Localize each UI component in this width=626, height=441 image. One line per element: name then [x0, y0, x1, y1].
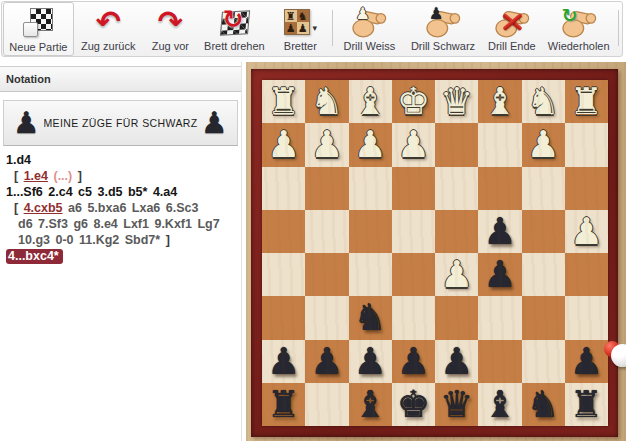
piece-white-pawn-b2[interactable]: ♟	[522, 123, 565, 166]
square-f3[interactable]	[349, 167, 392, 210]
square-e3[interactable]	[392, 167, 435, 210]
mini-pawn-glyph: ♟	[285, 22, 297, 34]
square-c3[interactable]	[478, 167, 521, 210]
square-g7[interactable]: ♟	[305, 340, 348, 383]
square-a1[interactable]: ♜	[565, 80, 608, 123]
move-back-label: Zug zurück	[81, 40, 135, 52]
square-a4[interactable]: ♟	[565, 210, 608, 253]
piece-black-pawn-h7[interactable]: ♟	[262, 340, 305, 383]
square-d5[interactable]: ♟	[435, 253, 478, 296]
square-h2[interactable]: ♟	[262, 123, 305, 166]
new-game-label: Neue Partie	[9, 41, 67, 53]
square-f6[interactable]: ♞	[349, 296, 392, 339]
square-c2[interactable]	[478, 123, 521, 166]
square-a8[interactable]: ♜	[565, 383, 608, 426]
move-text: ]	[160, 233, 170, 247]
piece-white-rook-h1[interactable]: ♜	[262, 80, 305, 123]
move-text: [	[14, 169, 24, 183]
square-g5[interactable]	[305, 253, 348, 296]
notation-line: 4...bxc4*	[4, 248, 239, 264]
chevron-down-icon: ▾	[313, 23, 318, 33]
square-d2[interactable]	[435, 123, 478, 166]
boards-label: Bretter	[284, 40, 317, 52]
piece-white-bishop-f1[interactable]: ♝	[349, 80, 392, 123]
piece-white-pawn-a4[interactable]: ♟	[565, 210, 608, 253]
new-game-button[interactable]: Neue Partie	[3, 2, 74, 56]
move-forward-label: Zug vor	[152, 40, 189, 52]
square-d4[interactable]	[435, 210, 478, 253]
notation-line: [ 1.e4 (...) ]	[4, 168, 239, 184]
drill-white-button[interactable]: ♟ Drill Weiss	[335, 2, 404, 56]
square-a3[interactable]	[565, 167, 608, 210]
square-f1[interactable]: ♝	[349, 80, 392, 123]
piece-black-pawn-e7[interactable]: ♟	[392, 340, 435, 383]
drill-black-label: Drill Schwarz	[411, 40, 475, 52]
repeat-button[interactable]: ↻ Wiederholen	[541, 2, 616, 56]
square-e2[interactable]: ♟	[392, 123, 435, 166]
piece-black-pawn-a7[interactable]: ♟	[565, 340, 608, 383]
square-c5[interactable]: ♟	[478, 253, 521, 296]
white-pawn-icon: ♟	[355, 6, 369, 22]
square-f2[interactable]: ♟	[349, 123, 392, 166]
piece-black-pawn-d7[interactable]: ♟	[435, 340, 478, 383]
piece-black-king-e8[interactable]: ♚	[392, 383, 435, 426]
square-d7[interactable]: ♟	[435, 340, 478, 383]
notation-panel-title: Notation	[0, 66, 241, 92]
square-c1[interactable]: ♝	[478, 80, 521, 123]
move-text[interactable]: 1.d4	[6, 153, 31, 167]
square-c6[interactable]	[478, 296, 521, 339]
move-text[interactable]: a6 5.bxa6 Lxa6 6.Sc3	[63, 201, 199, 215]
square-a5[interactable]	[565, 253, 608, 296]
red-x-icon	[502, 11, 523, 32]
square-c7[interactable]	[478, 340, 521, 383]
square-f5[interactable]	[349, 253, 392, 296]
square-h7[interactable]: ♟	[262, 340, 305, 383]
square-b7[interactable]	[522, 340, 565, 383]
drill-target-move[interactable]: 1.e4	[24, 169, 48, 183]
repeat-label: Wiederholen	[548, 40, 610, 52]
square-h5[interactable]	[262, 253, 305, 296]
square-g8[interactable]	[305, 383, 348, 426]
new-game-board-icon	[22, 7, 54, 39]
piece-white-pawn-f2[interactable]: ♟	[349, 123, 392, 166]
move-text: (...)	[53, 169, 72, 183]
mini-knight-glyph: ♞	[297, 10, 309, 22]
notation-line: d6 7.Sf3 g6 8.e4 Lxf1 9.Kxf1 Lg7	[4, 216, 239, 232]
drill-white-label: Drill Weiss	[344, 40, 396, 52]
flexed-arm-icon: ♟	[425, 7, 461, 38]
square-b2[interactable]: ♟	[522, 123, 565, 166]
square-e5[interactable]	[392, 253, 435, 296]
square-b1[interactable]: ♞	[522, 80, 565, 123]
drill-side-banner: ♟ MEINE ZÜGE FÜR SCHWARZ ♟	[3, 100, 238, 146]
square-a2[interactable]	[565, 123, 608, 166]
piece-black-pawn-f7[interactable]: ♟	[349, 340, 392, 383]
piece-white-king-e1[interactable]: ♚	[392, 80, 435, 123]
square-d8[interactable]: ♛	[435, 383, 478, 426]
piece-white-queen-d1[interactable]: ♛	[435, 80, 478, 123]
flip-board-label: Brett drehen	[204, 40, 265, 52]
move-text: ]	[72, 169, 82, 183]
square-g2[interactable]: ♟	[305, 123, 348, 166]
square-d6[interactable]	[435, 296, 478, 339]
notation-line: 1.d4	[4, 152, 239, 168]
square-b8[interactable]: ♞	[522, 383, 565, 426]
move-text[interactable]: 1...Sf6 2.c4 c5 3.d5 b5* 4.a4	[6, 185, 177, 199]
piece-black-bishop-f8[interactable]: ♝	[349, 383, 392, 426]
square-c8[interactable]: ♝	[478, 383, 521, 426]
square-h6[interactable]	[262, 296, 305, 339]
redo-arrow-icon: ↷	[158, 7, 183, 37]
square-e7[interactable]: ♟	[392, 340, 435, 383]
notation-line: 10.g3 0-0 11.Kg2 Sbd7* ]	[4, 232, 239, 248]
flexed-arm-icon: ↻	[561, 7, 597, 38]
square-a7[interactable]: ♟	[565, 340, 608, 383]
notation-line: 1...Sf6 2.c4 c5 3.d5 b5* 4.a4	[4, 184, 239, 200]
piece-black-knight-f6[interactable]: ♞	[349, 296, 392, 339]
piece-white-bishop-c1[interactable]: ♝	[478, 80, 521, 123]
toolbar-separator	[332, 10, 333, 46]
square-e6[interactable]	[392, 296, 435, 339]
black-pawn-icon: ♟	[13, 108, 40, 138]
move-forward-button[interactable]: ↷ Zug vor	[143, 2, 198, 56]
piece-black-rook-h8[interactable]: ♜	[262, 383, 305, 426]
square-b3[interactable]	[522, 167, 565, 210]
notation-line: [ 4.cxb5 a6 5.bxa6 Lxa6 6.Sc3	[4, 200, 239, 216]
square-e1[interactable]: ♚	[392, 80, 435, 123]
move-text: [	[14, 201, 24, 215]
flexed-arm-icon	[494, 7, 530, 38]
drill-target-move[interactable]: 4.cxb5	[24, 201, 63, 215]
black-pawn-icon: ♟	[429, 6, 443, 22]
drill-black-button[interactable]: ♟ Drill Schwarz	[404, 2, 482, 56]
square-a6[interactable]	[565, 296, 608, 339]
boards-dropdown-button[interactable]: ♜ ♞ ♟ ♟ ▾ Bretter	[271, 2, 330, 56]
square-e4[interactable]	[392, 210, 435, 253]
square-h1[interactable]: ♜	[262, 80, 305, 123]
boards-icon: ♜ ♞ ♟ ♟	[284, 9, 310, 35]
square-b6[interactable]	[522, 296, 565, 339]
drill-end-label: Drill Ende	[488, 40, 536, 52]
board-squares: ♜♞♝♚♛♝♞♜♟♟♟♟♟♟♟♟♟♞♟♟♟♟♟♟♜♝♚♛♝♞♜	[262, 80, 608, 426]
mini-rook-glyph: ♜	[285, 10, 297, 22]
piece-white-pawn-e2[interactable]: ♟	[392, 123, 435, 166]
square-d3[interactable]	[435, 167, 478, 210]
current-move[interactable]: 4...bxc4*	[6, 249, 63, 264]
piece-black-queen-d8[interactable]: ♛	[435, 383, 478, 426]
piece-black-rook-a8[interactable]: ♜	[565, 383, 608, 426]
square-e8[interactable]: ♚	[392, 383, 435, 426]
square-f8[interactable]: ♝	[349, 383, 392, 426]
green-repeat-icon: ↻	[562, 4, 578, 27]
square-c4[interactable]: ♟	[478, 210, 521, 253]
square-g6[interactable]	[305, 296, 348, 339]
piece-white-pawn-d5[interactable]: ♟	[435, 253, 478, 296]
square-h3[interactable]	[262, 167, 305, 210]
square-d1[interactable]: ♛	[435, 80, 478, 123]
drill-end-button[interactable]: Drill Ende	[482, 2, 541, 56]
square-f7[interactable]: ♟	[349, 340, 392, 383]
square-h4[interactable]	[262, 210, 305, 253]
piece-white-pawn-g2[interactable]: ♟	[305, 123, 348, 166]
notation-moves: 1.d4[ 1.e4 (...) ]1...Sf6 2.c4 c5 3.d5 b…	[0, 146, 241, 264]
chess-board: ♜♞♝♚♛♝♞♜♟♟♟♟♟♟♟♟♟♞♟♟♟♟♟♟♜♝♚♛♝♞♜	[246, 62, 626, 441]
mini-pawn-glyph: ♟	[297, 22, 309, 34]
toolbar: Neue Partie ↶ Zug zurück ↷ Zug vor ↻ Bre…	[1, 1, 623, 57]
piece-white-knight-g1[interactable]: ♞	[305, 80, 348, 123]
piece-white-pawn-h2[interactable]: ♟	[262, 123, 305, 166]
square-b4[interactable]	[522, 210, 565, 253]
flexed-arm-icon: ♟	[351, 7, 387, 38]
move-back-button[interactable]: ↶ Zug zurück	[74, 2, 143, 56]
piece-white-knight-b1[interactable]: ♞	[522, 80, 565, 123]
square-g4[interactable]	[305, 210, 348, 253]
piece-white-rook-a1[interactable]: ♜	[565, 80, 608, 123]
square-h8[interactable]: ♜	[262, 383, 305, 426]
piece-black-pawn-c5[interactable]: ♟	[478, 253, 521, 296]
square-g1[interactable]: ♞	[305, 80, 348, 123]
notation-panel: Notation ♟ MEINE ZÜGE FÜR SCHWARZ ♟ 1.d4…	[0, 62, 242, 441]
black-pawn-icon: ♟	[201, 108, 228, 138]
square-f4[interactable]	[349, 210, 392, 253]
piece-black-knight-b8[interactable]: ♞	[522, 383, 565, 426]
square-b5[interactable]	[522, 253, 565, 296]
flip-board-button[interactable]: ↻ Brett drehen	[198, 2, 271, 56]
flip-board-icon: ↻	[218, 7, 250, 37]
rotate-arrow-icon: ↻	[222, 5, 243, 34]
move-text[interactable]: d6 7.Sf3 g6 8.e4 Lxf1 9.Kxf1 Lg7	[18, 217, 220, 231]
toolbar-separator	[618, 10, 619, 46]
undo-arrow-icon: ↶	[96, 7, 121, 37]
square-g3[interactable]	[305, 167, 348, 210]
piece-black-pawn-g7[interactable]: ♟	[305, 340, 348, 383]
piece-black-pawn-c4[interactable]: ♟	[478, 210, 521, 253]
piece-black-bishop-c8[interactable]: ♝	[478, 383, 521, 426]
move-text[interactable]: 10.g3 0-0 11.Kg2 Sbd7*	[18, 233, 160, 247]
drill-side-banner-text: MEINE ZÜGE FÜR SCHWARZ	[43, 117, 197, 129]
